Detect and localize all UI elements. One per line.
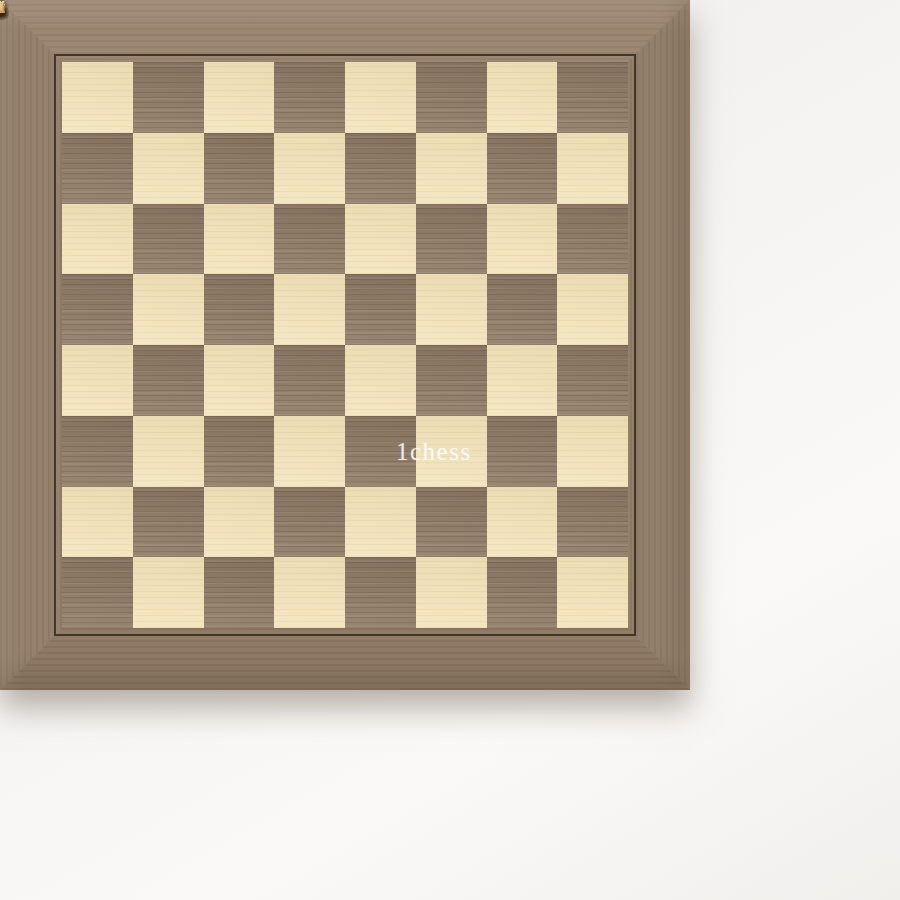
watermark-text: 1chess bbox=[396, 438, 472, 466]
square-d1[interactable] bbox=[274, 557, 345, 628]
square-e8[interactable] bbox=[345, 62, 416, 133]
square-c5[interactable] bbox=[204, 274, 275, 345]
square-f8[interactable] bbox=[416, 62, 487, 133]
chess-board bbox=[0, 0, 690, 690]
square-c2[interactable] bbox=[204, 487, 275, 558]
square-b8[interactable] bbox=[133, 62, 204, 133]
square-a3[interactable] bbox=[62, 416, 133, 487]
square-c4[interactable] bbox=[204, 345, 275, 416]
product-photo-background: ♜♞♝♛♚♝♞♜♟♟♟♟♟♟♟♟♟♟♟♟♟♟♟♟♜♞♝♚♛♝♞♜ 1chess bbox=[0, 0, 900, 900]
square-b1[interactable] bbox=[133, 557, 204, 628]
square-g5[interactable] bbox=[487, 274, 558, 345]
square-c7[interactable] bbox=[204, 133, 275, 204]
square-g3[interactable] bbox=[487, 416, 558, 487]
square-f6[interactable] bbox=[416, 204, 487, 275]
square-h5[interactable] bbox=[557, 274, 628, 345]
square-b7[interactable] bbox=[133, 133, 204, 204]
square-c3[interactable] bbox=[204, 416, 275, 487]
square-h2[interactable] bbox=[557, 487, 628, 558]
square-d4[interactable] bbox=[274, 345, 345, 416]
square-g7[interactable] bbox=[487, 133, 558, 204]
square-e4[interactable] bbox=[345, 345, 416, 416]
square-e6[interactable] bbox=[345, 204, 416, 275]
square-h6[interactable] bbox=[557, 204, 628, 275]
square-g8[interactable] bbox=[487, 62, 558, 133]
square-d8[interactable] bbox=[274, 62, 345, 133]
square-g6[interactable] bbox=[487, 204, 558, 275]
square-f7[interactable] bbox=[416, 133, 487, 204]
square-a1[interactable] bbox=[62, 557, 133, 628]
square-d7[interactable] bbox=[274, 133, 345, 204]
square-b2[interactable] bbox=[133, 487, 204, 558]
square-b4[interactable] bbox=[133, 345, 204, 416]
square-a5[interactable] bbox=[62, 274, 133, 345]
square-g4[interactable] bbox=[487, 345, 558, 416]
square-b3[interactable] bbox=[133, 416, 204, 487]
square-h1[interactable] bbox=[557, 557, 628, 628]
board-playing-area bbox=[62, 62, 628, 628]
square-h3[interactable] bbox=[557, 416, 628, 487]
square-a8[interactable] bbox=[62, 62, 133, 133]
square-b5[interactable] bbox=[133, 274, 204, 345]
square-c8[interactable] bbox=[204, 62, 275, 133]
square-c6[interactable] bbox=[204, 204, 275, 275]
square-d5[interactable] bbox=[274, 274, 345, 345]
square-h7[interactable] bbox=[557, 133, 628, 204]
square-a7[interactable] bbox=[62, 133, 133, 204]
piece-white-rook-h1[interactable]: ♜ bbox=[0, 0, 7, 16]
square-d2[interactable] bbox=[274, 487, 345, 558]
square-f4[interactable] bbox=[416, 345, 487, 416]
square-g1[interactable] bbox=[487, 557, 558, 628]
square-d3[interactable] bbox=[274, 416, 345, 487]
square-d6[interactable] bbox=[274, 204, 345, 275]
square-a4[interactable] bbox=[62, 345, 133, 416]
square-b6[interactable] bbox=[133, 204, 204, 275]
square-f1[interactable] bbox=[416, 557, 487, 628]
square-e7[interactable] bbox=[345, 133, 416, 204]
square-a6[interactable] bbox=[62, 204, 133, 275]
square-f5[interactable] bbox=[416, 274, 487, 345]
square-e1[interactable] bbox=[345, 557, 416, 628]
square-a2[interactable] bbox=[62, 487, 133, 558]
square-h4[interactable] bbox=[557, 345, 628, 416]
square-f2[interactable] bbox=[416, 487, 487, 558]
square-c1[interactable] bbox=[204, 557, 275, 628]
square-g2[interactable] bbox=[487, 487, 558, 558]
square-h8[interactable] bbox=[557, 62, 628, 133]
square-e2[interactable] bbox=[345, 487, 416, 558]
square-e5[interactable] bbox=[345, 274, 416, 345]
